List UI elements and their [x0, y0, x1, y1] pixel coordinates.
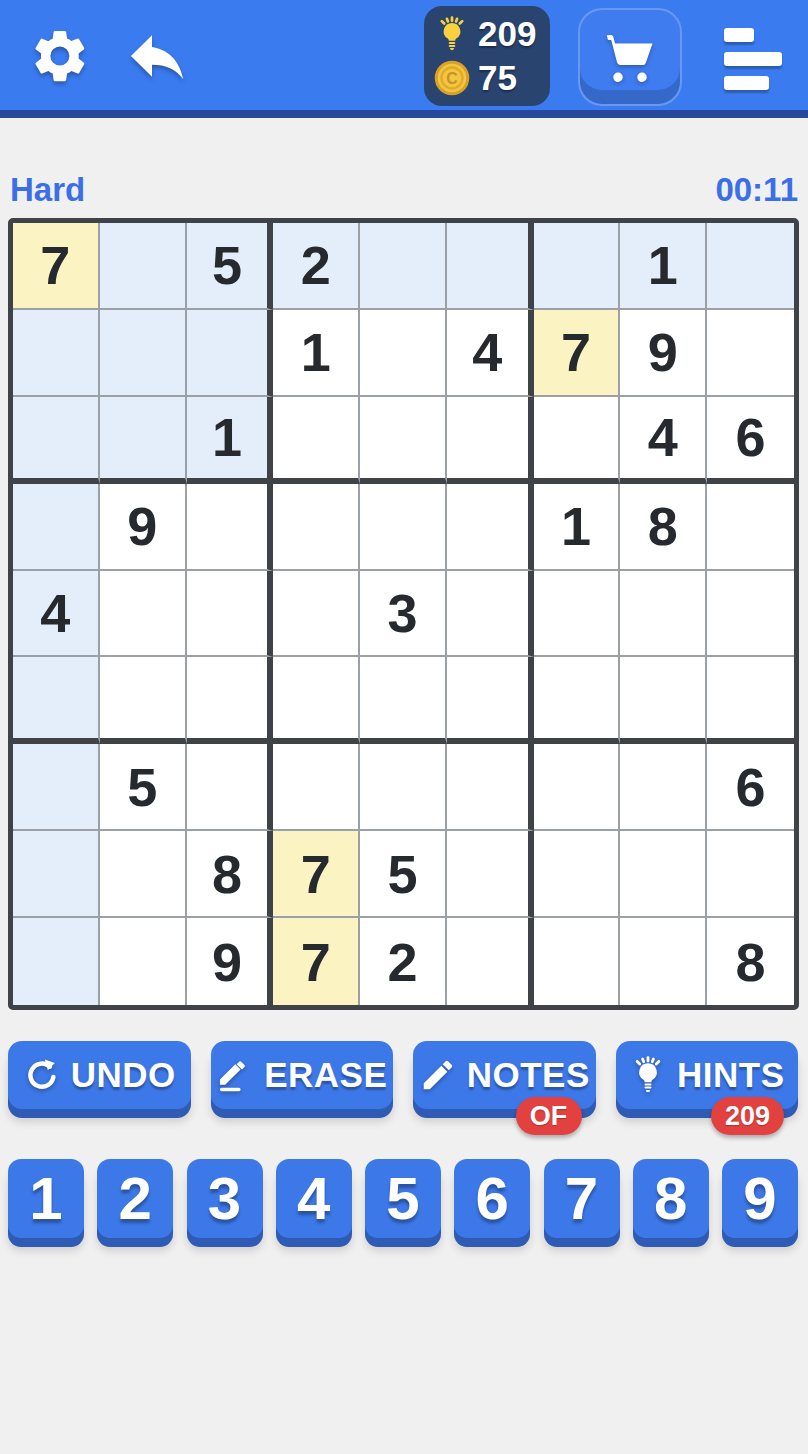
- hints-label: HINTS: [677, 1055, 785, 1095]
- cell-r5c9[interactable]: [707, 571, 794, 658]
- cell-r7c4[interactable]: [273, 744, 360, 831]
- hints-count-badge: 209: [711, 1097, 784, 1135]
- cell-r5c1[interactable]: 4: [13, 571, 100, 658]
- cell-r9c2[interactable]: [100, 918, 187, 1005]
- cell-r8c5[interactable]: 5: [360, 831, 447, 918]
- hints-button[interactable]: HINTS 209: [616, 1041, 799, 1109]
- cell-r5c4[interactable]: [273, 571, 360, 658]
- hints-balance-value: 209: [478, 14, 536, 54]
- coins-balance-value: 75: [478, 58, 517, 98]
- cell-r1c9[interactable]: [707, 223, 794, 310]
- undo-icon: [23, 1056, 61, 1094]
- hints-bulb-icon: [629, 1056, 667, 1094]
- cell-r8c8[interactable]: [620, 831, 707, 918]
- erase-pencil-icon: [216, 1056, 254, 1094]
- cell-r6c8[interactable]: [620, 657, 707, 744]
- cell-r5c6[interactable]: [447, 571, 534, 658]
- cell-r7c9[interactable]: 6: [707, 744, 794, 831]
- cell-r4c6[interactable]: [447, 484, 534, 571]
- difficulty-label: Hard: [10, 171, 85, 209]
- cell-r3c6[interactable]: [447, 397, 534, 484]
- cell-r6c4[interactable]: [273, 657, 360, 744]
- settings-gear-icon[interactable]: [30, 26, 90, 86]
- cell-r4c5[interactable]: [360, 484, 447, 571]
- cell-r7c5[interactable]: [360, 744, 447, 831]
- cell-r7c7[interactable]: [534, 744, 621, 831]
- number-pad: 123456789: [8, 1159, 798, 1238]
- erase-button[interactable]: ERASE: [211, 1041, 394, 1109]
- cell-r7c3[interactable]: [187, 744, 274, 831]
- cell-r6c6[interactable]: [447, 657, 534, 744]
- cell-r1c4[interactable]: 2: [273, 223, 360, 310]
- cell-r6c9[interactable]: [707, 657, 794, 744]
- erase-label: ERASE: [264, 1055, 387, 1095]
- cell-r8c9[interactable]: [707, 831, 794, 918]
- menu-button[interactable]: [724, 28, 788, 90]
- numpad-button-6[interactable]: 6: [454, 1159, 530, 1238]
- cell-r9c9[interactable]: 8: [707, 918, 794, 1005]
- cell-r2c3[interactable]: [187, 310, 274, 397]
- notes-pencil-icon: [419, 1056, 457, 1094]
- coins-balance-row: C 75: [434, 58, 540, 98]
- cell-r3c9[interactable]: 6: [707, 397, 794, 484]
- numpad-button-1[interactable]: 1: [8, 1159, 84, 1238]
- back-arrow-icon[interactable]: [124, 24, 188, 88]
- cell-r3c1[interactable]: [13, 397, 100, 484]
- svg-text:C: C: [446, 70, 457, 87]
- cell-r3c7[interactable]: [534, 397, 621, 484]
- menu-bars-icon: [724, 28, 754, 42]
- cell-r1c3[interactable]: 5: [187, 223, 274, 310]
- cell-r6c5[interactable]: [360, 657, 447, 744]
- cell-r3c2[interactable]: [100, 397, 187, 484]
- notes-status-badge: OF: [516, 1097, 582, 1135]
- shop-button[interactable]: [578, 8, 682, 106]
- cell-r4c2[interactable]: 9: [100, 484, 187, 571]
- cell-r7c2[interactable]: 5: [100, 744, 187, 831]
- cell-r8c6[interactable]: [447, 831, 534, 918]
- cell-r1c5[interactable]: [360, 223, 447, 310]
- cell-r4c7[interactable]: 1: [534, 484, 621, 571]
- cell-r7c1[interactable]: [13, 744, 100, 831]
- lightbulb-icon: [434, 16, 470, 52]
- cell-r4c9[interactable]: [707, 484, 794, 571]
- cell-r2c8[interactable]: 9: [620, 310, 707, 397]
- numpad-button-4[interactable]: 4: [276, 1159, 352, 1238]
- undo-button[interactable]: UNDO: [8, 1041, 191, 1109]
- cell-r8c2[interactable]: [100, 831, 187, 918]
- cell-r2c9[interactable]: [707, 310, 794, 397]
- cell-r4c3[interactable]: [187, 484, 274, 571]
- cell-r9c3[interactable]: 9: [187, 918, 274, 1005]
- cell-r9c6[interactable]: [447, 918, 534, 1005]
- cell-r2c1[interactable]: [13, 310, 100, 397]
- numpad-button-7[interactable]: 7: [544, 1159, 620, 1238]
- cell-r5c2[interactable]: [100, 571, 187, 658]
- resource-badge[interactable]: 209 C 75: [424, 6, 550, 106]
- numpad-button-5[interactable]: 5: [365, 1159, 441, 1238]
- cell-r2c5[interactable]: [360, 310, 447, 397]
- cell-r5c8[interactable]: [620, 571, 707, 658]
- cell-r9c7[interactable]: [534, 918, 621, 1005]
- cell-r1c2[interactable]: [100, 223, 187, 310]
- cell-r3c4[interactable]: [273, 397, 360, 484]
- cell-r5c3[interactable]: [187, 571, 274, 658]
- cell-r8c1[interactable]: [13, 831, 100, 918]
- cell-r6c1[interactable]: [13, 657, 100, 744]
- cell-r2c6[interactable]: 4: [447, 310, 534, 397]
- numpad-button-3[interactable]: 3: [187, 1159, 263, 1238]
- cell-r5c7[interactable]: [534, 571, 621, 658]
- status-bar: Hard 00:11: [10, 170, 798, 210]
- shopping-cart-icon: [600, 27, 660, 87]
- cell-r9c4[interactable]: 7: [273, 918, 360, 1005]
- coin-icon: C: [434, 60, 470, 96]
- cell-r5c5[interactable]: 3: [360, 571, 447, 658]
- cell-r6c7[interactable]: [534, 657, 621, 744]
- cell-r8c4[interactable]: 7: [273, 831, 360, 918]
- timer: 00:11: [715, 171, 798, 209]
- cell-r3c3[interactable]: 1: [187, 397, 274, 484]
- cell-r1c8[interactable]: 1: [620, 223, 707, 310]
- action-buttons-row: UNDO ERASE NOTES OF HINTS 209: [8, 1041, 798, 1109]
- cell-r3c5[interactable]: [360, 397, 447, 484]
- cell-r9c5[interactable]: 2: [360, 918, 447, 1005]
- cell-r4c8[interactable]: 8: [620, 484, 707, 571]
- cell-r1c7[interactable]: [534, 223, 621, 310]
- cell-r9c1[interactable]: [13, 918, 100, 1005]
- numpad-button-8[interactable]: 8: [633, 1159, 709, 1238]
- cell-r1c1[interactable]: 7: [13, 223, 100, 310]
- cell-r6c2[interactable]: [100, 657, 187, 744]
- cell-r1c6[interactable]: [447, 223, 534, 310]
- numpad-button-2[interactable]: 2: [97, 1159, 173, 1238]
- header-bar: 209 C 75: [0, 0, 808, 118]
- hints-balance-row: 209: [434, 14, 540, 54]
- notes-label: NOTES: [467, 1055, 590, 1095]
- cell-r3c8[interactable]: 4: [620, 397, 707, 484]
- cell-r7c6[interactable]: [447, 744, 534, 831]
- cell-r2c2[interactable]: [100, 310, 187, 397]
- cell-r2c4[interactable]: 1: [273, 310, 360, 397]
- cell-r8c3[interactable]: 8: [187, 831, 274, 918]
- notes-button[interactable]: NOTES OF: [413, 1041, 596, 1109]
- cell-r2c7[interactable]: 7: [534, 310, 621, 397]
- sudoku-board[interactable]: 7521147914691843568759728: [8, 218, 799, 1010]
- numpad-button-9[interactable]: 9: [722, 1159, 798, 1238]
- cell-r4c4[interactable]: [273, 484, 360, 571]
- cell-r4c1[interactable]: [13, 484, 100, 571]
- cell-r6c3[interactable]: [187, 657, 274, 744]
- cell-r9c8[interactable]: [620, 918, 707, 1005]
- cell-r7c8[interactable]: [620, 744, 707, 831]
- undo-label: UNDO: [71, 1055, 176, 1095]
- cell-r8c7[interactable]: [534, 831, 621, 918]
